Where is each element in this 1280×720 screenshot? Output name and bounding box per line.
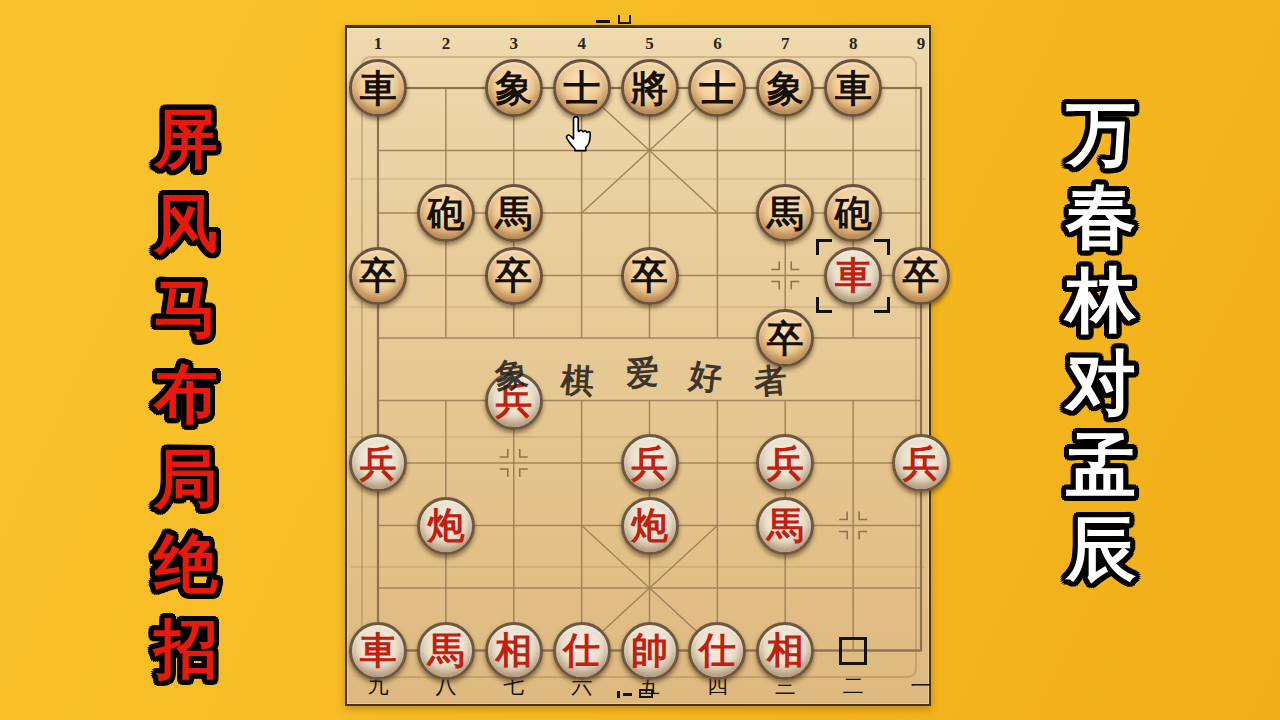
point-marker [520,469,528,477]
black-elephant[interactable]: 象 [485,59,543,117]
red-elephant[interactable]: 相 [756,622,814,680]
file-label-bottom: 二 [833,672,873,700]
red-cannon[interactable]: 炮 [621,497,679,555]
point-marker [500,449,508,457]
black-cannon[interactable]: 砲 [824,184,882,242]
black-advisor[interactable]: 士 [553,59,611,117]
caption-char: 布 [126,351,246,438]
point-marker [859,532,867,540]
point-marker [791,262,799,270]
black-horse[interactable]: 馬 [485,184,543,242]
caption-char: 屏 [126,96,246,183]
black-advisor[interactable]: 士 [688,59,746,117]
red-soldier[interactable]: 兵 [892,434,950,492]
red-horse[interactable]: 馬 [756,497,814,555]
file-label-top: 9 [901,34,941,54]
file-label-bottom: 一 [901,672,941,700]
black-soldier[interactable]: 卒 [621,247,679,305]
file-label-top: 6 [697,34,737,54]
point-marker [839,532,847,540]
last-move-origin-square [839,637,867,665]
red-soldier[interactable]: 兵 [756,434,814,492]
red-chariot[interactable]: 車 [824,247,882,305]
clipped-text-fragment-top [596,15,648,25]
caption-char: 风 [126,181,246,268]
file-label-top: 3 [494,34,534,54]
black-general[interactable]: 將 [621,59,679,117]
black-soldier[interactable]: 卒 [892,247,950,305]
caption-char: 林 [1041,254,1161,348]
point-marker [839,512,847,520]
red-cannon[interactable]: 炮 [417,497,475,555]
black-horse[interactable]: 馬 [756,184,814,242]
board-grid [347,28,933,709]
point-marker [791,282,799,290]
red-advisor[interactable]: 仕 [688,622,746,680]
caption-char: 招 [126,606,246,693]
red-advisor[interactable]: 仕 [553,622,611,680]
red-soldier[interactable]: 兵 [621,434,679,492]
point-marker [520,449,528,457]
red-horse[interactable]: 馬 [417,622,475,680]
red-soldier[interactable]: 兵 [349,434,407,492]
caption-char: 春 [1041,171,1161,265]
file-label-top: 5 [630,34,670,54]
file-label-top: 8 [833,34,873,54]
file-label-top: 7 [765,34,805,54]
black-soldier[interactable]: 卒 [349,247,407,305]
black-chariot[interactable]: 車 [824,59,882,117]
caption-char: 绝 [126,521,246,608]
file-label-top: 4 [562,34,602,54]
caption-char: 辰 [1041,503,1161,597]
point-marker [771,282,779,290]
file-label-top: 2 [426,34,466,54]
red-soldier[interactable]: 兵 [485,372,543,430]
caption-char: 局 [126,436,246,523]
black-soldier[interactable]: 卒 [756,309,814,367]
point-marker [859,512,867,520]
caption-char: 对 [1041,337,1161,431]
red-elephant[interactable]: 相 [485,622,543,680]
red-chariot[interactable]: 車 [349,622,407,680]
black-soldier[interactable]: 卒 [485,247,543,305]
caption-char: 马 [126,266,246,353]
red-general[interactable]: 帥 [621,622,679,680]
caption-char: 万 [1041,88,1161,182]
file-label-top: 1 [358,34,398,54]
caption-char: 孟 [1041,420,1161,514]
point-marker [500,469,508,477]
point-marker [771,262,779,270]
black-elephant[interactable]: 象 [756,59,814,117]
xiangqi-board[interactable]: 123456789 九八七六五四三二一 車象士將士象車砲馬馬砲卒卒卒卒卒車兵兵兵… [345,25,931,706]
black-cannon[interactable]: 砲 [417,184,475,242]
black-chariot[interactable]: 車 [349,59,407,117]
